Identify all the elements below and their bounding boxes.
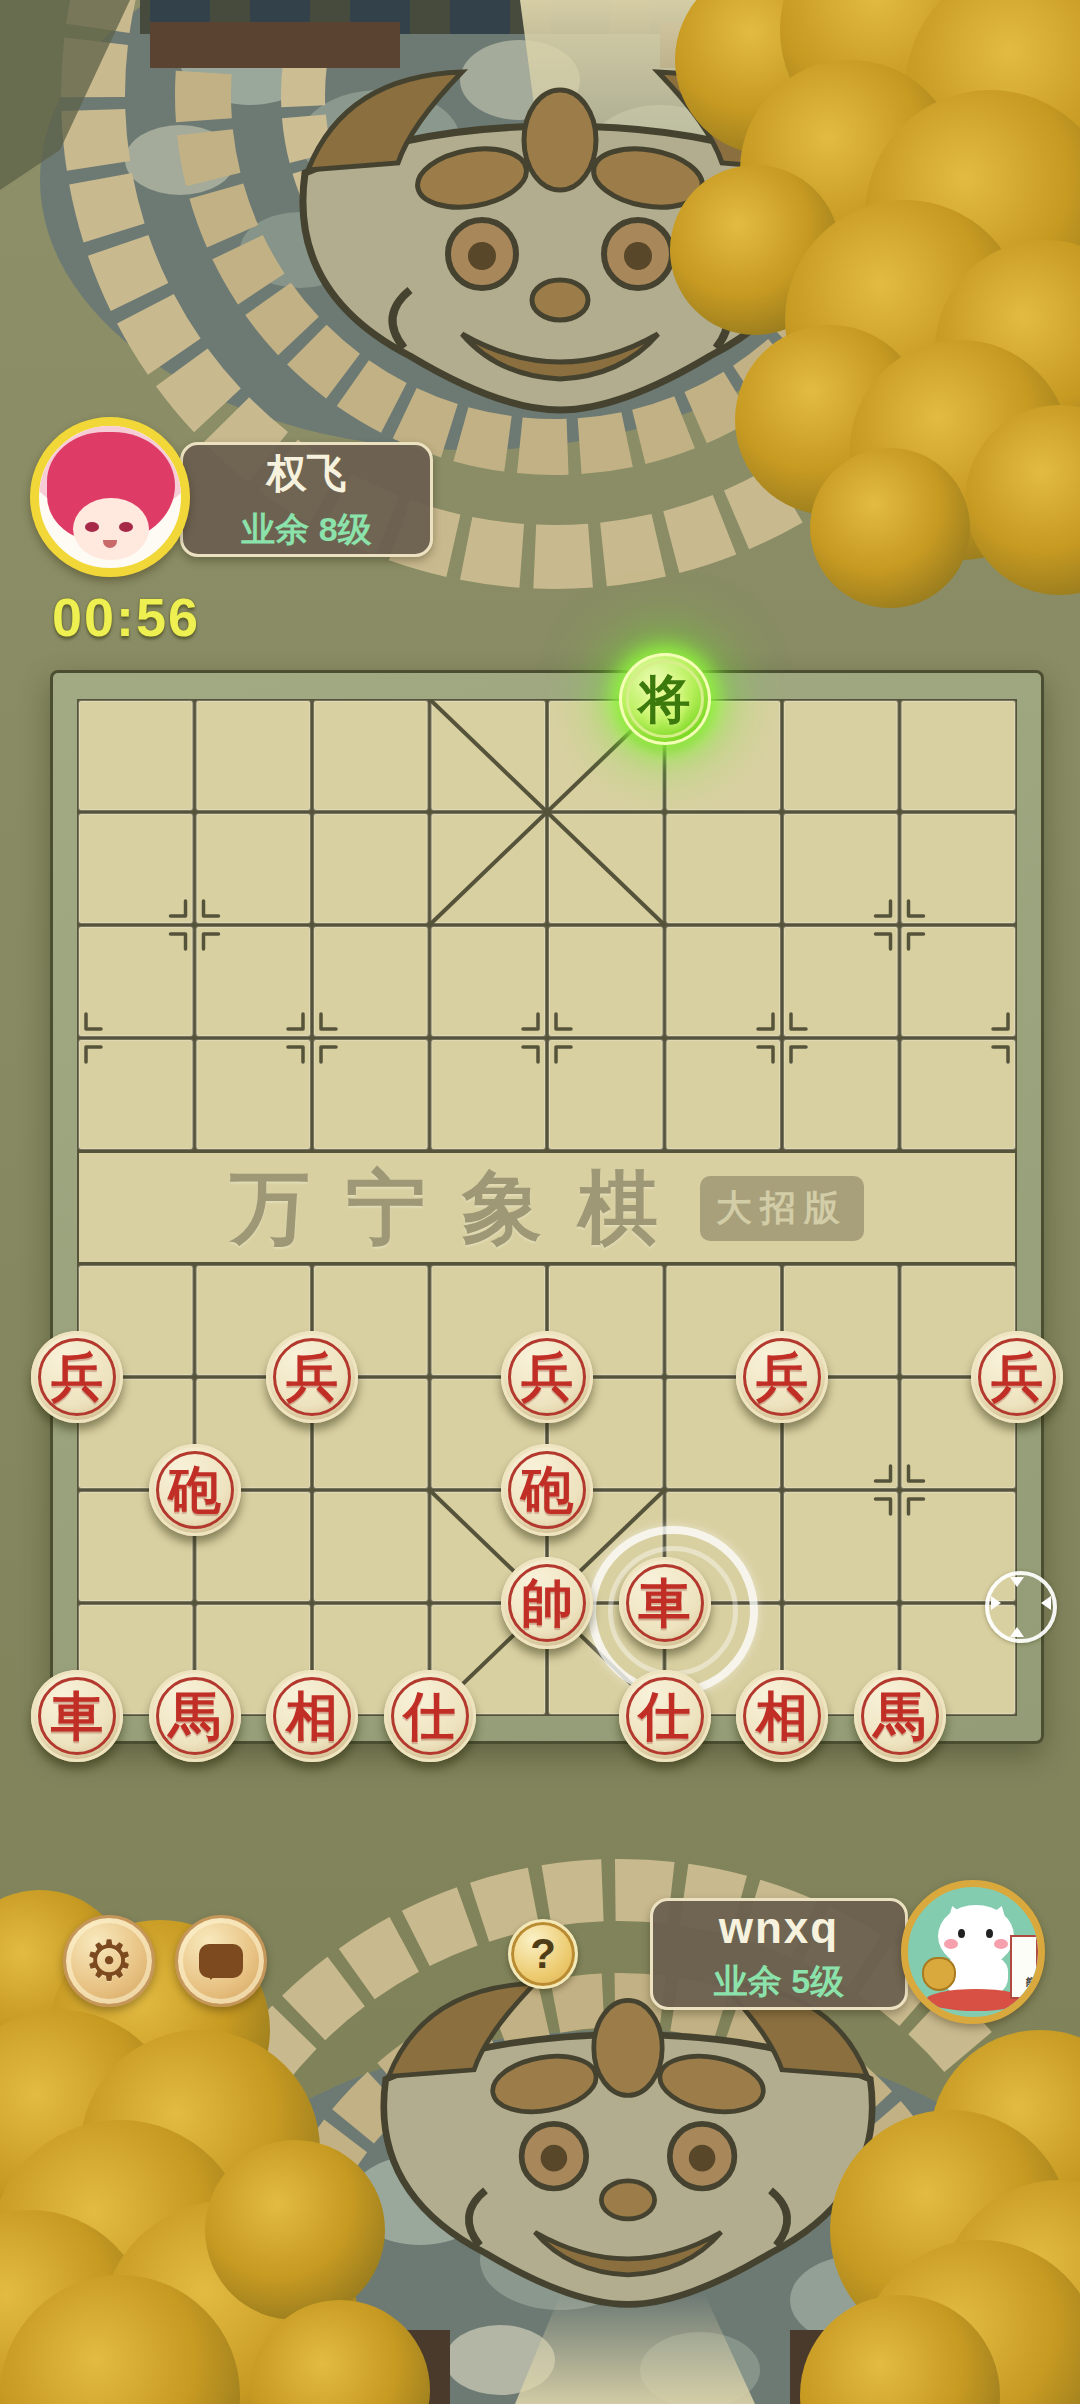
piece-glyph: 兵 xyxy=(521,1351,573,1403)
piece-red-red-chariot-f1r10[interactable]: 車 xyxy=(31,1670,123,1762)
piece-glyph: 砲 xyxy=(169,1464,221,1516)
piece-red-red-pawn-f9r7[interactable]: 兵 xyxy=(971,1331,1063,1423)
avatar-eye xyxy=(85,522,99,532)
cat-eye xyxy=(958,1929,965,1938)
piece-red-red-pawn-f7r7[interactable]: 兵 xyxy=(736,1331,828,1423)
piece-glyph: 車 xyxy=(51,1690,103,1742)
cat-blush xyxy=(944,1939,958,1949)
piece-glyph: 馬 xyxy=(874,1690,926,1742)
player-avatar[interactable]: 能瘦 xyxy=(901,1880,1045,2024)
piece-glyph: 兵 xyxy=(286,1351,338,1403)
opponent-avatar[interactable] xyxy=(30,417,190,577)
piece-red-red-advisor-f4r10[interactable]: 仕 xyxy=(384,1670,476,1762)
piece-glyph: 仕 xyxy=(404,1690,456,1742)
piece-red-red-pawn-f1r7[interactable]: 兵 xyxy=(31,1331,123,1423)
cat-eye xyxy=(986,1929,993,1938)
piece-glyph: 相 xyxy=(286,1690,338,1742)
piece-red-red-cannon-f5r8[interactable]: 砲 xyxy=(501,1444,593,1536)
piece-black-black-general-f6r1[interactable]: 将 xyxy=(619,653,711,745)
piece-glyph: 相 xyxy=(756,1690,808,1742)
piece-red-red-elephant-f7r10[interactable]: 相 xyxy=(736,1670,828,1762)
gear-icon: ⚙ xyxy=(84,1933,134,1989)
chat-bubble-icon xyxy=(199,1944,243,1978)
cursor-reticle xyxy=(985,1571,1057,1643)
piece-red-red-horse-f2r10[interactable]: 馬 xyxy=(149,1670,241,1762)
player-nameplate[interactable]: wnxq 业余 5级 xyxy=(650,1898,908,2010)
piece-glyph: 砲 xyxy=(521,1464,573,1516)
piece-glyph: 兵 xyxy=(51,1351,103,1403)
piece-red-red-general-f5r9[interactable]: 帥 xyxy=(501,1557,593,1649)
piece-red-red-elephant-f3r10[interactable]: 相 xyxy=(266,1670,358,1762)
piece-glyph: 車 xyxy=(639,1577,691,1629)
piece-glyph: 帥 xyxy=(521,1577,573,1629)
piece-red-red-pawn-f3r7[interactable]: 兵 xyxy=(266,1331,358,1423)
opponent-rank: 业余 8级 xyxy=(241,507,371,553)
piece-red-red-advisor-f6r10[interactable]: 仕 xyxy=(619,1670,711,1762)
settings-button[interactable]: ⚙ xyxy=(63,1915,155,2007)
game-screen: 万宁象棋 大招版 将兵兵兵兵兵砲砲帥車車馬相仕仕相馬 权飞 业余 8级 00:5… xyxy=(0,0,1080,2404)
piece-glyph: 仕 xyxy=(639,1690,691,1742)
cat-blush xyxy=(994,1939,1008,1949)
player-rank: 业余 5级 xyxy=(714,1959,844,2005)
opponent-nameplate[interactable]: 权飞 业余 8级 xyxy=(180,442,433,557)
question-mark-icon: ? xyxy=(530,1930,556,1978)
piece-glyph: 兵 xyxy=(991,1351,1043,1403)
opponent-name: 权飞 xyxy=(267,446,347,501)
opponent-timer: 00:56 xyxy=(52,586,202,648)
avatar-eye xyxy=(119,522,133,532)
help-button[interactable]: ? xyxy=(508,1919,578,1989)
piece-glyph: 兵 xyxy=(756,1351,808,1403)
piece-red-red-chariot-f6r9[interactable]: 車 xyxy=(619,1557,711,1649)
piece-glyph: 将 xyxy=(639,673,691,725)
chat-button[interactable] xyxy=(175,1915,267,2007)
piece-red-red-pawn-f5r7[interactable]: 兵 xyxy=(501,1331,593,1423)
money-bag xyxy=(922,1957,956,1991)
player-name: wnxq xyxy=(719,1903,839,1953)
piece-glyph: 馬 xyxy=(169,1690,221,1742)
piece-red-red-horse-f8r10[interactable]: 馬 xyxy=(854,1670,946,1762)
avatar-face xyxy=(73,498,149,560)
avatar-scroll: 能瘦 xyxy=(1010,1935,1038,1999)
piece-red-red-cannon-f2r8[interactable]: 砲 xyxy=(149,1444,241,1536)
